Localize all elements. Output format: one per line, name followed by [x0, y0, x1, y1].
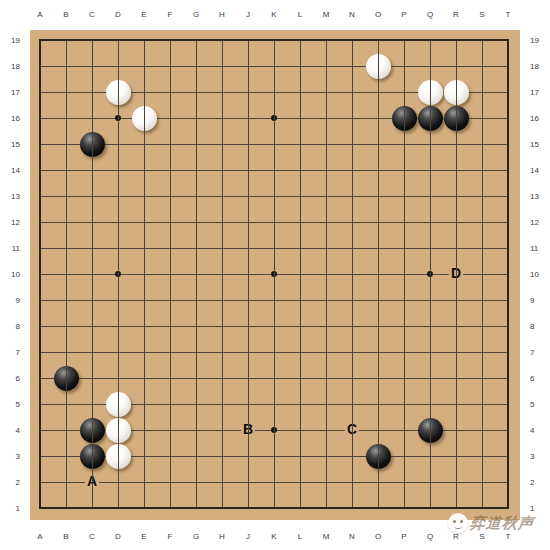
intersection	[469, 157, 495, 183]
intersection	[209, 79, 235, 105]
intersection	[105, 469, 131, 495]
intersection	[495, 235, 521, 261]
intersection	[391, 287, 417, 313]
marker-c: C	[339, 417, 365, 443]
intersection	[469, 469, 495, 495]
marker-b: B	[235, 417, 261, 443]
intersection	[495, 339, 521, 365]
intersection	[443, 469, 469, 495]
intersection	[469, 261, 495, 287]
intersection	[235, 287, 261, 313]
intersection	[469, 365, 495, 391]
intersection	[53, 339, 79, 365]
intersection	[235, 391, 261, 417]
intersection	[183, 287, 209, 313]
intersection	[365, 27, 391, 53]
intersection	[27, 27, 53, 53]
intersection	[157, 365, 183, 391]
row-label: 4	[524, 417, 548, 443]
row-label: 9	[524, 287, 548, 313]
intersection	[261, 53, 287, 79]
intersection	[27, 443, 53, 469]
intersection	[53, 235, 79, 261]
intersection	[53, 417, 79, 443]
intersection	[391, 131, 417, 157]
intersection	[313, 417, 339, 443]
intersection	[157, 183, 183, 209]
intersection	[313, 443, 339, 469]
row-label: 17	[2, 79, 26, 105]
intersection	[53, 469, 79, 495]
col-label: K	[261, 529, 287, 544]
intersection	[105, 339, 131, 365]
intersection	[495, 313, 521, 339]
intersection	[417, 287, 443, 313]
intersection	[183, 443, 209, 469]
intersection: A	[79, 469, 105, 495]
intersection	[183, 183, 209, 209]
intersection	[235, 53, 261, 79]
col-label: P	[391, 7, 417, 22]
intersection	[495, 391, 521, 417]
col-label: B	[53, 529, 79, 544]
intersection	[27, 365, 53, 391]
row-label: 14	[524, 157, 548, 183]
row-label: 19	[524, 27, 548, 53]
intersection	[53, 261, 79, 287]
intersection	[495, 417, 521, 443]
intersection	[417, 53, 443, 79]
intersection	[443, 495, 469, 521]
intersection	[495, 287, 521, 313]
marker-label: C	[345, 422, 359, 437]
intersection	[235, 131, 261, 157]
col-label: G	[183, 529, 209, 544]
intersection	[417, 79, 443, 105]
intersection	[157, 131, 183, 157]
intersection	[157, 469, 183, 495]
col-label: C	[79, 7, 105, 22]
intersection	[469, 27, 495, 53]
intersection	[313, 131, 339, 157]
intersection	[261, 235, 287, 261]
intersection	[495, 105, 521, 131]
intersection	[443, 131, 469, 157]
intersection	[209, 27, 235, 53]
row-label: 17	[524, 79, 548, 105]
row-label: 16	[2, 105, 26, 131]
intersection	[365, 53, 391, 79]
intersection	[53, 157, 79, 183]
intersection	[209, 365, 235, 391]
white-stone	[132, 106, 157, 131]
intersection	[495, 53, 521, 79]
intersection	[417, 313, 443, 339]
intersection	[27, 313, 53, 339]
col-label: O	[365, 529, 391, 544]
intersection	[469, 105, 495, 131]
star-point	[271, 115, 277, 121]
intersection	[235, 365, 261, 391]
intersection	[209, 469, 235, 495]
black-stone	[418, 106, 443, 131]
intersection	[105, 131, 131, 157]
top-coordinate-labels: ABCDEFGHJKLMNOPQRST	[27, 7, 521, 22]
intersection	[313, 235, 339, 261]
intersection	[443, 339, 469, 365]
col-label: E	[131, 529, 157, 544]
intersection	[339, 391, 365, 417]
black-stone	[444, 106, 469, 131]
intersection	[131, 27, 157, 53]
intersection	[469, 339, 495, 365]
intersection	[157, 287, 183, 313]
intersection	[391, 469, 417, 495]
row-label: 15	[524, 131, 548, 157]
intersection	[131, 443, 157, 469]
intersection	[235, 183, 261, 209]
marker-label: D	[449, 266, 463, 281]
intersection	[131, 313, 157, 339]
intersection	[53, 79, 79, 105]
intersection	[417, 183, 443, 209]
intersection	[391, 313, 417, 339]
intersection	[183, 495, 209, 521]
intersection	[443, 183, 469, 209]
star-point	[115, 115, 121, 121]
row-label: 19	[2, 27, 26, 53]
intersection	[365, 391, 391, 417]
intersection	[287, 365, 313, 391]
col-label: L	[287, 529, 313, 544]
intersection	[443, 287, 469, 313]
marker-a: A	[79, 469, 105, 495]
intersection	[261, 339, 287, 365]
intersection	[209, 53, 235, 79]
intersection	[339, 495, 365, 521]
intersection	[27, 469, 53, 495]
intersection	[131, 157, 157, 183]
intersection	[417, 131, 443, 157]
intersection	[105, 443, 131, 469]
row-label: 1	[524, 495, 548, 521]
intersection	[27, 183, 53, 209]
intersection	[209, 105, 235, 131]
row-label: 16	[524, 105, 548, 131]
intersection	[495, 261, 521, 287]
intersection	[391, 235, 417, 261]
intersection	[27, 495, 53, 521]
intersection	[131, 417, 157, 443]
intersection	[27, 157, 53, 183]
page: ABCDEFGHJKLMNOPQRST ABCDEFGHJKLMNOPQRST …	[0, 0, 550, 550]
intersection	[53, 131, 79, 157]
intersection	[131, 261, 157, 287]
intersection	[287, 391, 313, 417]
intersection	[365, 131, 391, 157]
intersection	[391, 79, 417, 105]
intersection	[105, 495, 131, 521]
black-stone	[366, 444, 391, 469]
intersection	[79, 287, 105, 313]
intersection	[53, 183, 79, 209]
intersection	[157, 261, 183, 287]
go-board: DBCA	[30, 30, 520, 520]
intersection	[235, 235, 261, 261]
intersection	[131, 469, 157, 495]
intersection	[469, 235, 495, 261]
intersection	[391, 391, 417, 417]
intersection	[443, 235, 469, 261]
intersection	[131, 495, 157, 521]
intersection	[391, 157, 417, 183]
intersection	[27, 105, 53, 131]
col-label: T	[495, 7, 521, 22]
intersection	[131, 287, 157, 313]
intersection	[131, 235, 157, 261]
intersection	[79, 53, 105, 79]
intersection	[339, 443, 365, 469]
col-label: O	[365, 7, 391, 22]
intersection	[417, 443, 443, 469]
intersection	[287, 235, 313, 261]
intersection	[79, 105, 105, 131]
intersection	[261, 391, 287, 417]
intersection	[79, 209, 105, 235]
intersection	[417, 495, 443, 521]
intersection	[131, 209, 157, 235]
intersection	[27, 235, 53, 261]
intersection	[339, 183, 365, 209]
row-label: 3	[2, 443, 26, 469]
row-label: 8	[2, 313, 26, 339]
col-label: H	[209, 529, 235, 544]
col-label: F	[157, 7, 183, 22]
intersection	[79, 339, 105, 365]
intersection	[391, 209, 417, 235]
intersection	[417, 105, 443, 131]
intersection	[105, 209, 131, 235]
intersection	[261, 27, 287, 53]
row-label: 13	[2, 183, 26, 209]
intersection	[209, 495, 235, 521]
intersection	[313, 469, 339, 495]
intersection	[443, 105, 469, 131]
intersection	[495, 27, 521, 53]
intersection	[469, 209, 495, 235]
intersection	[391, 495, 417, 521]
intersection	[131, 365, 157, 391]
intersection	[209, 287, 235, 313]
intersection	[235, 27, 261, 53]
intersection	[287, 209, 313, 235]
intersection	[287, 157, 313, 183]
intersection	[287, 495, 313, 521]
col-label: J	[235, 7, 261, 22]
intersection	[469, 313, 495, 339]
row-label: 7	[524, 339, 548, 365]
intersection	[443, 313, 469, 339]
intersection	[157, 157, 183, 183]
intersection	[157, 105, 183, 131]
row-label: 6	[2, 365, 26, 391]
intersection	[235, 79, 261, 105]
intersection	[261, 157, 287, 183]
intersection	[183, 391, 209, 417]
intersection	[339, 79, 365, 105]
intersection	[209, 183, 235, 209]
intersection	[469, 79, 495, 105]
intersection	[443, 157, 469, 183]
intersection	[53, 105, 79, 131]
white-stone	[366, 54, 391, 79]
row-label: 4	[2, 417, 26, 443]
intersection	[131, 391, 157, 417]
intersection	[287, 287, 313, 313]
intersection	[469, 287, 495, 313]
intersection	[443, 391, 469, 417]
intersection	[183, 131, 209, 157]
intersection	[365, 495, 391, 521]
col-label: H	[209, 7, 235, 22]
intersection	[443, 209, 469, 235]
intersection	[157, 313, 183, 339]
intersection: B	[235, 417, 261, 443]
white-stone	[418, 80, 443, 105]
intersection	[209, 131, 235, 157]
intersection	[443, 79, 469, 105]
intersection	[183, 339, 209, 365]
intersection	[391, 261, 417, 287]
col-label: Q	[417, 7, 443, 22]
board-grid: DBCA	[27, 27, 521, 521]
white-stone	[106, 392, 131, 417]
intersection	[469, 391, 495, 417]
intersection	[235, 495, 261, 521]
intersection	[53, 27, 79, 53]
white-stone	[444, 80, 469, 105]
intersection	[105, 365, 131, 391]
intersection	[105, 27, 131, 53]
intersection	[365, 157, 391, 183]
intersection	[235, 443, 261, 469]
intersection	[79, 313, 105, 339]
intersection	[53, 443, 79, 469]
intersection	[365, 365, 391, 391]
col-label: E	[131, 7, 157, 22]
intersection	[469, 53, 495, 79]
col-label: N	[339, 529, 365, 544]
intersection: D	[443, 261, 469, 287]
white-stone	[106, 80, 131, 105]
intersection	[183, 313, 209, 339]
intersection	[209, 417, 235, 443]
intersection	[391, 365, 417, 391]
intersection	[27, 79, 53, 105]
intersection	[365, 235, 391, 261]
intersection	[443, 365, 469, 391]
intersection	[261, 365, 287, 391]
intersection	[365, 79, 391, 105]
intersection	[339, 157, 365, 183]
col-label: A	[27, 7, 53, 22]
intersection	[339, 365, 365, 391]
intersection	[313, 495, 339, 521]
intersection	[79, 183, 105, 209]
intersection	[313, 261, 339, 287]
intersection	[365, 209, 391, 235]
row-label: 3	[524, 443, 548, 469]
black-stone	[80, 444, 105, 469]
intersection	[53, 495, 79, 521]
intersection	[79, 365, 105, 391]
intersection	[313, 209, 339, 235]
intersection	[365, 183, 391, 209]
row-label: 1	[2, 495, 26, 521]
intersection	[339, 105, 365, 131]
intersection	[495, 469, 521, 495]
marker-label: A	[85, 474, 99, 489]
black-stone	[392, 106, 417, 131]
intersection	[287, 53, 313, 79]
intersection	[27, 131, 53, 157]
intersection	[339, 131, 365, 157]
intersection	[53, 391, 79, 417]
intersection	[391, 27, 417, 53]
col-label: M	[313, 7, 339, 22]
intersection	[495, 443, 521, 469]
intersection	[313, 339, 339, 365]
intersection	[339, 235, 365, 261]
intersection	[365, 105, 391, 131]
intersection	[183, 157, 209, 183]
intersection	[27, 417, 53, 443]
intersection	[287, 79, 313, 105]
intersection	[417, 157, 443, 183]
intersection	[261, 105, 287, 131]
intersection	[105, 313, 131, 339]
col-label: B	[53, 7, 79, 22]
intersection	[443, 417, 469, 443]
col-label: S	[469, 529, 495, 544]
col-label: Q	[417, 529, 443, 544]
intersection	[131, 53, 157, 79]
intersection	[105, 391, 131, 417]
col-label: T	[495, 529, 521, 544]
col-label: C	[79, 529, 105, 544]
intersection	[105, 261, 131, 287]
intersection	[365, 417, 391, 443]
intersection	[495, 131, 521, 157]
intersection	[495, 209, 521, 235]
row-label: 9	[2, 287, 26, 313]
intersection	[391, 443, 417, 469]
col-label: D	[105, 529, 131, 544]
intersection	[261, 131, 287, 157]
intersection	[261, 469, 287, 495]
white-stone	[106, 418, 131, 443]
intersection	[417, 339, 443, 365]
row-label: 12	[524, 209, 548, 235]
black-stone	[54, 366, 79, 391]
intersection	[157, 235, 183, 261]
intersection	[235, 157, 261, 183]
intersection	[495, 495, 521, 521]
intersection	[79, 417, 105, 443]
intersection	[209, 261, 235, 287]
star-point	[271, 271, 277, 277]
intersection	[469, 417, 495, 443]
